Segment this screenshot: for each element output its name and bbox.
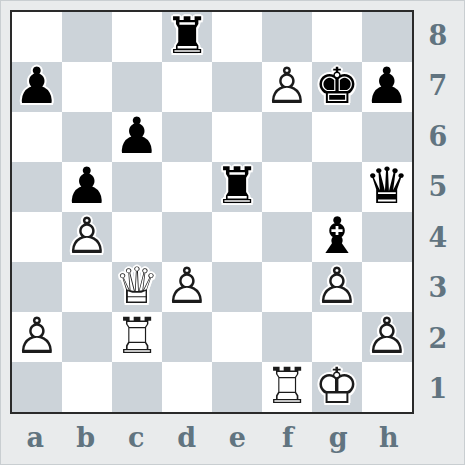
chess-diagram: ♜♟♟♙♚♟♟♟♜♛♟♙♝♛♕♟♙♟♙♟♙♜♖♟♙♜♖♚♔ 87654321 a… [0,0,465,465]
square-h6[interactable] [362,112,412,162]
piece-fill-glyph: ♛ [365,161,410,211]
piece-fill-glyph: ♟ [15,311,60,361]
black-bishop[interactable]: ♝ [312,212,362,262]
square-f5[interactable] [262,162,312,212]
square-a2[interactable]: ♟♙ [12,312,62,362]
black-pawn[interactable]: ♟ [362,62,412,112]
square-c5[interactable] [112,162,162,212]
black-king[interactable]: ♚ [312,62,362,112]
square-e3[interactable] [212,262,262,312]
piece-fill-glyph: ♟ [265,61,310,111]
piece-fill-glyph: ♜ [115,311,160,361]
white-rook[interactable]: ♜♖ [262,362,312,412]
white-pawn[interactable]: ♟♙ [312,262,362,312]
rank-label-1: 1 [414,364,462,415]
piece-outline-glyph: ♙ [65,211,110,261]
black-pawn[interactable]: ♟ [62,162,112,212]
rank-label-3: 3 [414,263,462,314]
square-a4[interactable] [12,212,62,262]
square-f6[interactable] [262,112,312,162]
piece-fill-glyph: ♟ [165,261,210,311]
piece-fill-glyph: ♜ [265,361,310,411]
square-g2[interactable] [312,312,362,362]
piece-outline-glyph: ♕ [115,261,160,311]
piece-fill-glyph: ♟ [365,311,410,361]
white-rook[interactable]: ♜♖ [112,312,162,362]
square-a1[interactable] [12,362,62,412]
square-b8[interactable] [62,12,112,62]
rank-label-8: 8 [414,10,462,61]
square-h7[interactable]: ♟ [362,62,412,112]
square-c2[interactable]: ♜♖ [112,312,162,362]
white-pawn[interactable]: ♟♙ [362,312,412,362]
file-label-a: a [10,413,61,462]
piece-fill-glyph: ♟ [115,111,160,161]
square-e4[interactable] [212,212,262,262]
square-g4[interactable]: ♝ [312,212,362,262]
file-label-f: f [263,413,314,462]
square-f7[interactable]: ♟♙ [262,62,312,112]
square-c1[interactable] [112,362,162,412]
square-h1[interactable] [362,362,412,412]
square-d2[interactable] [162,312,212,362]
square-a5[interactable] [12,162,62,212]
square-e2[interactable] [212,312,262,362]
square-g6[interactable] [312,112,362,162]
square-b7[interactable] [62,62,112,112]
rank-labels: 87654321 [414,10,462,414]
square-b1[interactable] [62,362,112,412]
white-pawn[interactable]: ♟♙ [62,212,112,262]
square-g3[interactable]: ♟♙ [312,262,362,312]
square-e5[interactable]: ♜ [212,162,262,212]
square-d6[interactable] [162,112,212,162]
file-labels: abcdefgh [10,413,414,462]
square-h4[interactable] [362,212,412,262]
square-c3[interactable]: ♛♕ [112,262,162,312]
square-d7[interactable] [162,62,212,112]
square-a7[interactable]: ♟ [12,62,62,112]
square-d8[interactable]: ♜ [162,12,212,62]
rank-label-2: 2 [414,313,462,364]
square-e6[interactable] [212,112,262,162]
square-g7[interactable]: ♚ [312,62,362,112]
square-h2[interactable]: ♟♙ [362,312,412,362]
square-e1[interactable] [212,362,262,412]
piece-outline-glyph: ♙ [265,61,310,111]
square-c4[interactable] [112,212,162,262]
square-f3[interactable] [262,262,312,312]
square-b2[interactable] [62,312,112,362]
square-d3[interactable]: ♟♙ [162,262,212,312]
white-queen[interactable]: ♛♕ [112,262,162,312]
square-f2[interactable] [262,312,312,362]
square-h8[interactable] [362,12,412,62]
piece-fill-glyph: ♝ [315,211,360,261]
white-king[interactable]: ♚♔ [312,362,362,412]
file-label-h: h [364,413,415,462]
black-pawn[interactable]: ♟ [112,112,162,162]
black-queen[interactable]: ♛ [362,162,412,212]
piece-fill-glyph: ♚ [315,361,360,411]
square-f8[interactable] [262,12,312,62]
square-a8[interactable] [12,12,62,62]
file-label-c: c [111,413,162,462]
piece-fill-glyph: ♟ [15,61,60,111]
square-h5[interactable]: ♛ [362,162,412,212]
chess-board[interactable]: ♜♟♟♙♚♟♟♟♜♛♟♙♝♛♕♟♙♟♙♟♙♜♖♟♙♜♖♚♔ [10,10,414,414]
piece-outline-glyph: ♖ [265,361,310,411]
file-label-b: b [61,413,112,462]
square-g1[interactable]: ♚♔ [312,362,362,412]
square-b3[interactable] [62,262,112,312]
square-d1[interactable] [162,362,212,412]
piece-fill-glyph: ♜ [165,11,210,61]
black-rook[interactable]: ♜ [162,12,212,62]
square-b6[interactable] [62,112,112,162]
piece-fill-glyph: ♟ [65,161,110,211]
black-rook[interactable]: ♜ [212,162,262,212]
piece-outline-glyph: ♔ [315,361,360,411]
white-pawn[interactable]: ♟♙ [262,62,312,112]
piece-outline-glyph: ♙ [315,261,360,311]
piece-fill-glyph: ♟ [65,211,110,261]
file-label-d: d [162,413,213,462]
square-b4[interactable]: ♟♙ [62,212,112,262]
piece-outline-glyph: ♙ [365,311,410,361]
square-g5[interactable] [312,162,362,212]
piece-fill-glyph: ♜ [215,161,260,211]
white-pawn[interactable]: ♟♙ [12,312,62,362]
square-d5[interactable] [162,162,212,212]
square-e7[interactable] [212,62,262,112]
square-d4[interactable] [162,212,212,262]
piece-outline-glyph: ♙ [15,311,60,361]
piece-fill-glyph: ♟ [315,261,360,311]
piece-outline-glyph: ♖ [115,311,160,361]
piece-fill-glyph: ♚ [315,61,360,111]
square-c8[interactable] [112,12,162,62]
square-b5[interactable]: ♟ [62,162,112,212]
rank-label-7: 7 [414,61,462,112]
square-e8[interactable] [212,12,262,62]
white-pawn[interactable]: ♟♙ [162,262,212,312]
piece-outline-glyph: ♙ [165,261,210,311]
file-label-g: g [313,413,364,462]
black-pawn[interactable]: ♟ [12,62,62,112]
file-label-e: e [212,413,263,462]
square-c7[interactable] [112,62,162,112]
square-c6[interactable]: ♟ [112,112,162,162]
square-a3[interactable] [12,262,62,312]
square-f1[interactable]: ♜♖ [262,362,312,412]
rank-label-4: 4 [414,212,462,263]
square-h3[interactable] [362,262,412,312]
piece-fill-glyph: ♛ [115,261,160,311]
rank-label-6: 6 [414,111,462,162]
square-f4[interactable] [262,212,312,262]
rank-label-5: 5 [414,162,462,213]
piece-fill-glyph: ♟ [365,61,410,111]
square-g8[interactable] [312,12,362,62]
square-a6[interactable] [12,112,62,162]
